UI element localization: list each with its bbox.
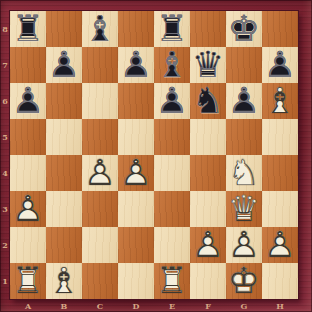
square-g4[interactable]: ♞♘ [226,155,262,191]
square-b4[interactable] [46,155,82,191]
piece-glyph-line: ♗ [262,83,298,119]
piece-glyph-line: ♙ [190,227,226,263]
square-e7[interactable]: ♝♗ [154,47,190,83]
piece-black-pawn[interactable]: ♟♙ [10,83,46,119]
piece-glyph-line: ♔ [226,11,262,47]
rank-label-1: 1 [0,263,10,299]
square-h2[interactable]: ♟♙ [262,227,298,263]
piece-white-rook[interactable]: ♜♖ [154,263,190,299]
square-c7[interactable] [82,47,118,83]
square-g3[interactable]: ♛♕ [226,191,262,227]
piece-glyph-line: ♙ [262,47,298,83]
chess-board: ♜♖♝♗♜♖♚♔♟♙♟♙♝♗♛♕♟♙♟♙♟♙♞♘♟♙♝♗♟♙♟♙♞♘♟♙♛♕♟♙… [10,11,298,299]
square-f1[interactable] [190,263,226,299]
piece-black-pawn[interactable]: ♟♙ [262,47,298,83]
piece-black-pawn[interactable]: ♟♙ [46,47,82,83]
square-c3[interactable] [82,191,118,227]
square-a8[interactable]: ♜♖ [10,11,46,47]
square-d7[interactable]: ♟♙ [118,47,154,83]
piece-black-knight[interactable]: ♞♘ [190,83,226,119]
piece-white-queen[interactable]: ♛♕ [226,191,262,227]
file-labels: ABCDEFGH [10,299,298,312]
square-d3[interactable] [118,191,154,227]
piece-glyph-line: ♗ [82,11,118,47]
square-f8[interactable] [190,11,226,47]
square-h3[interactable] [262,191,298,227]
piece-white-rook[interactable]: ♜♖ [10,263,46,299]
piece-black-rook[interactable]: ♜♖ [154,11,190,47]
chess-board-frame: ♜♖♝♗♜♖♚♔♟♙♟♙♝♗♛♕♟♙♟♙♟♙♞♘♟♙♝♗♟♙♟♙♞♘♟♙♛♕♟♙… [0,0,312,312]
piece-white-pawn[interactable]: ♟♙ [10,191,46,227]
square-c4[interactable]: ♟♙ [82,155,118,191]
square-g1[interactable]: ♚♔ [226,263,262,299]
file-label-g: G [226,299,262,312]
square-c6[interactable] [82,83,118,119]
piece-glyph-line: ♙ [10,191,46,227]
square-f5[interactable] [190,119,226,155]
piece-glyph-line: ♙ [118,155,154,191]
file-label-a: A [10,299,46,312]
rank-label-5: 5 [0,119,10,155]
square-h6[interactable]: ♝♗ [262,83,298,119]
rank-label-8: 8 [0,11,10,47]
square-a3[interactable]: ♟♙ [10,191,46,227]
square-e4[interactable] [154,155,190,191]
file-label-h: H [262,299,298,312]
square-b3[interactable] [46,191,82,227]
piece-glyph-line: ♙ [118,47,154,83]
piece-glyph-line: ♕ [190,47,226,83]
piece-glyph-line: ♖ [154,11,190,47]
square-e3[interactable] [154,191,190,227]
piece-glyph-line: ♙ [46,47,82,83]
square-g8[interactable]: ♚♔ [226,11,262,47]
piece-white-pawn[interactable]: ♟♙ [82,155,118,191]
piece-glyph-line: ♙ [262,227,298,263]
square-d4[interactable]: ♟♙ [118,155,154,191]
square-d2[interactable] [118,227,154,263]
piece-glyph-line: ♘ [190,83,226,119]
square-h4[interactable] [262,155,298,191]
square-a4[interactable] [10,155,46,191]
square-c5[interactable] [82,119,118,155]
piece-glyph-line: ♙ [226,227,262,263]
square-b6[interactable] [46,83,82,119]
piece-black-pawn[interactable]: ♟♙ [226,83,262,119]
square-g7[interactable] [226,47,262,83]
square-f3[interactable] [190,191,226,227]
piece-glyph-line: ♖ [10,11,46,47]
piece-glyph-line: ♖ [154,263,190,299]
piece-black-pawn[interactable]: ♟♙ [118,47,154,83]
file-label-d: D [118,299,154,312]
square-b8[interactable] [46,11,82,47]
file-label-e: E [154,299,190,312]
square-b2[interactable] [46,227,82,263]
piece-black-bishop[interactable]: ♝♗ [82,11,118,47]
piece-black-bishop[interactable]: ♝♗ [154,47,190,83]
piece-black-queen[interactable]: ♛♕ [190,47,226,83]
piece-white-bishop[interactable]: ♝♗ [262,83,298,119]
square-a5[interactable] [10,119,46,155]
square-h5[interactable] [262,119,298,155]
piece-glyph-line: ♗ [154,47,190,83]
piece-glyph-line: ♔ [226,263,262,299]
square-c2[interactable] [82,227,118,263]
square-g2[interactable]: ♟♙ [226,227,262,263]
square-f4[interactable] [190,155,226,191]
piece-black-pawn[interactable]: ♟♙ [154,83,190,119]
square-h7[interactable]: ♟♙ [262,47,298,83]
square-d1[interactable] [118,263,154,299]
square-g5[interactable] [226,119,262,155]
square-b1[interactable]: ♝♗ [46,263,82,299]
piece-white-bishop[interactable]: ♝♗ [46,263,82,299]
piece-black-king[interactable]: ♚♔ [226,11,262,47]
square-e5[interactable] [154,119,190,155]
square-h8[interactable] [262,11,298,47]
file-label-c: C [82,299,118,312]
square-d5[interactable] [118,119,154,155]
piece-glyph-line: ♗ [46,263,82,299]
square-c1[interactable] [82,263,118,299]
piece-white-king[interactable]: ♚♔ [226,263,262,299]
rank-labels: 87654321 [0,11,10,299]
rank-label-7: 7 [0,47,10,83]
rank-label-6: 6 [0,83,10,119]
piece-glyph-line: ♖ [10,263,46,299]
piece-white-pawn[interactable]: ♟♙ [262,227,298,263]
square-e1[interactable]: ♜♖ [154,263,190,299]
square-d6[interactable] [118,83,154,119]
square-f7[interactable]: ♛♕ [190,47,226,83]
piece-glyph-line: ♙ [154,83,190,119]
piece-glyph-line: ♙ [10,83,46,119]
square-e6[interactable]: ♟♙ [154,83,190,119]
file-label-b: B [46,299,82,312]
square-a7[interactable] [10,47,46,83]
square-c8[interactable]: ♝♗ [82,11,118,47]
square-a2[interactable] [10,227,46,263]
rank-label-4: 4 [0,155,10,191]
piece-white-knight[interactable]: ♞♘ [226,155,262,191]
piece-white-pawn[interactable]: ♟♙ [118,155,154,191]
piece-white-pawn[interactable]: ♟♙ [190,227,226,263]
piece-white-pawn[interactable]: ♟♙ [226,227,262,263]
piece-glyph-line: ♙ [226,83,262,119]
rank-label-2: 2 [0,227,10,263]
square-h1[interactable] [262,263,298,299]
square-f6[interactable]: ♞♘ [190,83,226,119]
square-e2[interactable] [154,227,190,263]
square-g6[interactable]: ♟♙ [226,83,262,119]
file-label-f: F [190,299,226,312]
piece-glyph-line: ♕ [226,191,262,227]
square-b5[interactable] [46,119,82,155]
rank-label-3: 3 [0,191,10,227]
square-a1[interactable]: ♜♖ [10,263,46,299]
square-a6[interactable]: ♟♙ [10,83,46,119]
piece-glyph-line: ♘ [226,155,262,191]
piece-black-rook[interactable]: ♜♖ [10,11,46,47]
square-f2[interactable]: ♟♙ [190,227,226,263]
square-d8[interactable] [118,11,154,47]
square-b7[interactable]: ♟♙ [46,47,82,83]
square-e8[interactable]: ♜♖ [154,11,190,47]
piece-glyph-line: ♙ [82,155,118,191]
